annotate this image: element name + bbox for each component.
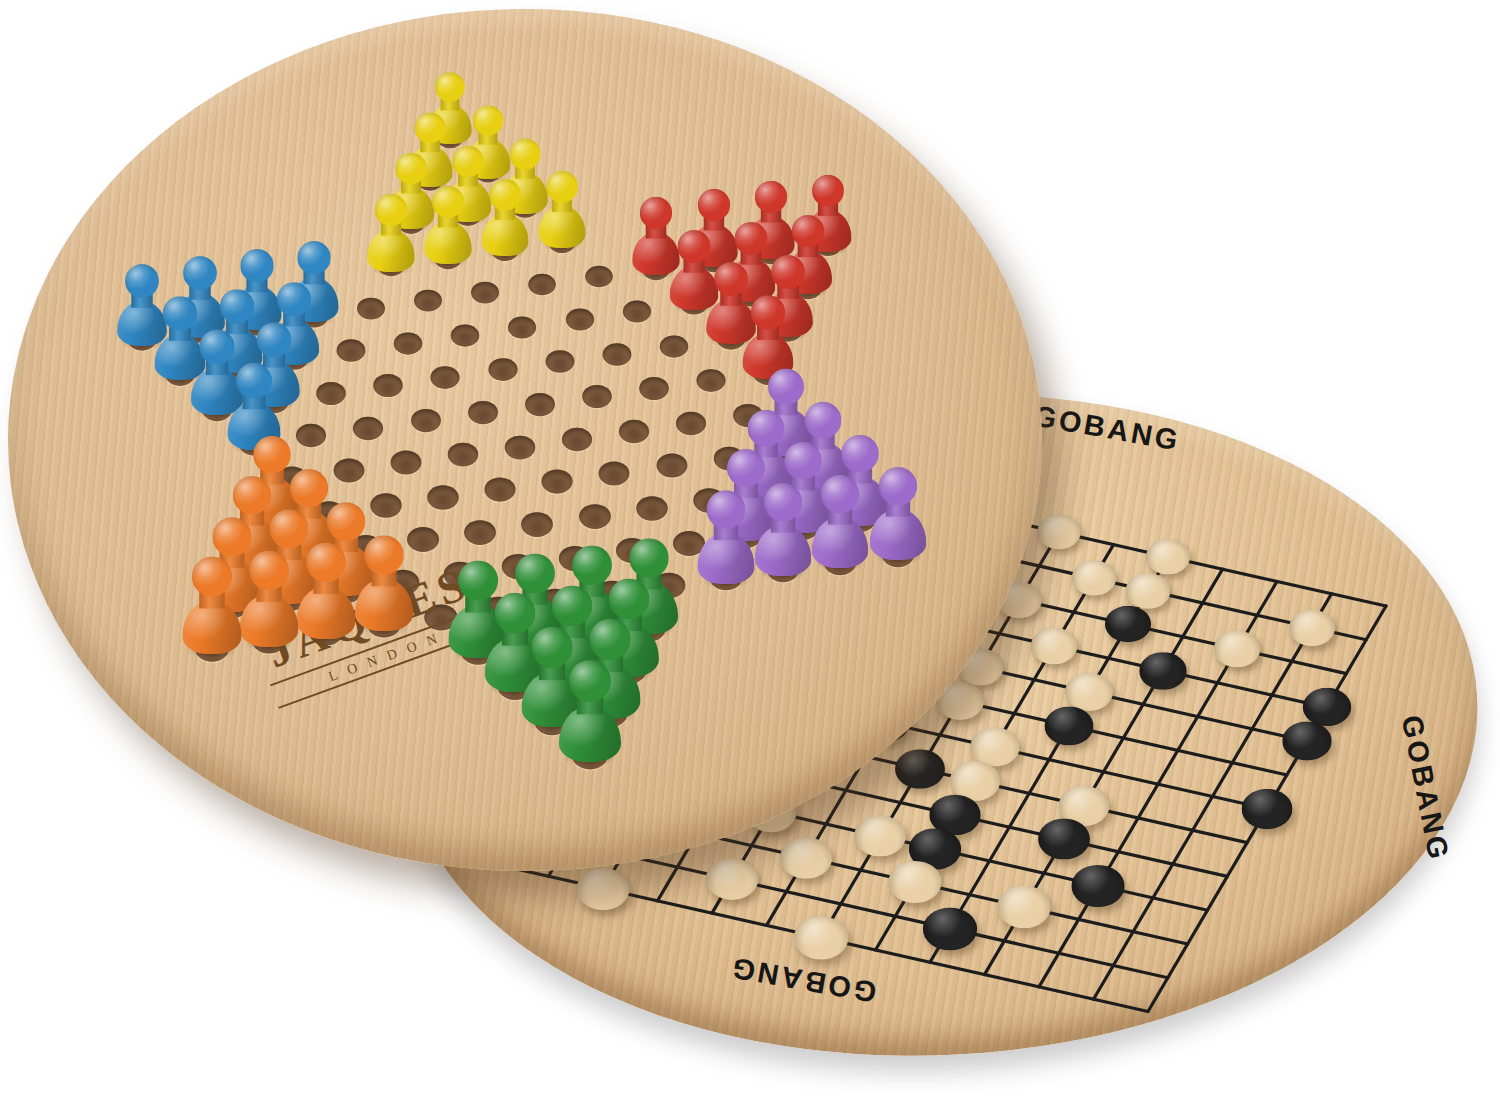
scene: GOBANG GOBANG GOBANG JAQUES LONDON [0,0,1500,1096]
chinese-checkers-board [8,9,1042,871]
